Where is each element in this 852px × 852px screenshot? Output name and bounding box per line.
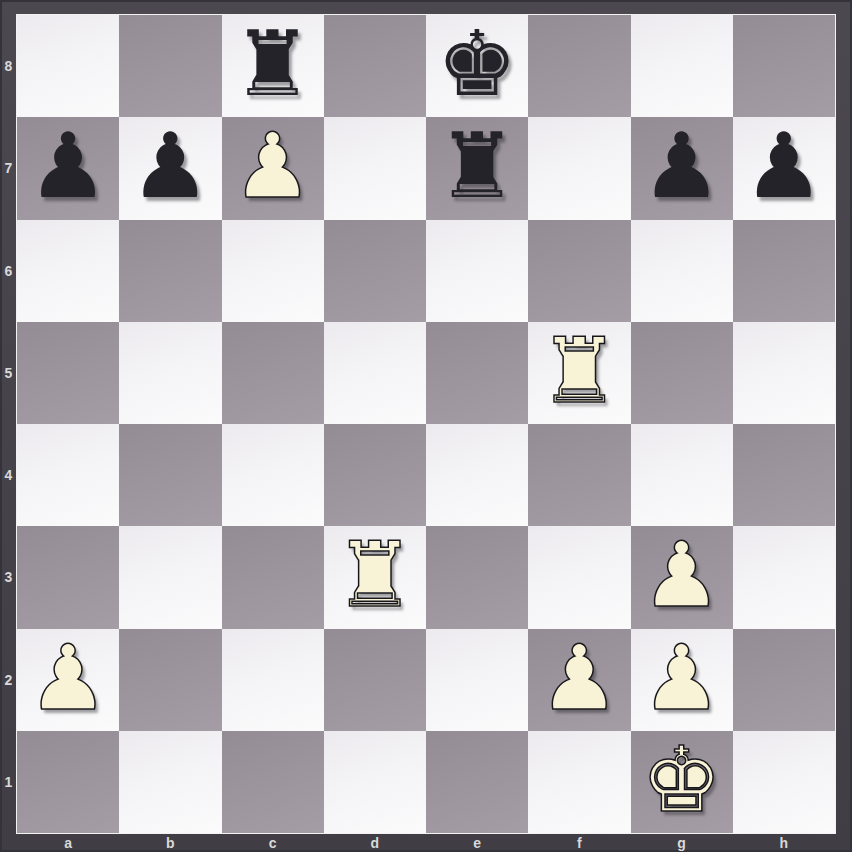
square-g6[interactable] — [631, 220, 733, 322]
square-h2[interactable] — [733, 629, 835, 731]
piece-white-pawn[interactable]: ♟ — [641, 530, 722, 620]
square-c2[interactable] — [222, 629, 324, 731]
square-f4[interactable] — [528, 424, 630, 526]
file-label-d: d — [324, 834, 426, 852]
square-c3[interactable] — [222, 526, 324, 628]
square-d7[interactable] — [324, 117, 426, 219]
piece-black-rook[interactable]: ♜ — [437, 121, 518, 211]
piece-black-king[interactable]: ♚ — [437, 19, 518, 109]
square-e4[interactable] — [426, 424, 528, 526]
chess-board: ♜♚♟♟♟♜♟♟♜♜♟♟♟♟♚ — [17, 15, 835, 833]
piece-white-pawn[interactable]: ♟ — [539, 633, 620, 723]
square-h7[interactable]: ♟ — [733, 117, 835, 219]
square-e8[interactable]: ♚ — [426, 15, 528, 117]
square-e2[interactable] — [426, 629, 528, 731]
square-f2[interactable]: ♟ — [528, 629, 630, 731]
square-a5[interactable] — [17, 322, 119, 424]
square-b4[interactable] — [119, 424, 221, 526]
square-e7[interactable]: ♜ — [426, 117, 528, 219]
square-c4[interactable] — [222, 424, 324, 526]
file-label-f: f — [528, 834, 630, 852]
piece-white-rook[interactable]: ♜ — [539, 326, 620, 416]
square-f6[interactable] — [528, 220, 630, 322]
square-f1[interactable] — [528, 731, 630, 833]
square-a8[interactable] — [17, 15, 119, 117]
square-h6[interactable] — [733, 220, 835, 322]
square-h1[interactable] — [733, 731, 835, 833]
rank-label-3: 3 — [0, 526, 17, 628]
square-b6[interactable] — [119, 220, 221, 322]
piece-white-pawn[interactable]: ♟ — [28, 633, 109, 723]
square-b5[interactable] — [119, 322, 221, 424]
file-label-h: h — [733, 834, 835, 852]
square-b3[interactable] — [119, 526, 221, 628]
file-labels: abcdefgh — [17, 834, 835, 852]
square-e3[interactable] — [426, 526, 528, 628]
square-h5[interactable] — [733, 322, 835, 424]
file-label-g: g — [631, 834, 733, 852]
square-g8[interactable] — [631, 15, 733, 117]
square-d1[interactable] — [324, 731, 426, 833]
file-label-b: b — [119, 834, 221, 852]
square-d5[interactable] — [324, 322, 426, 424]
file-label-e: e — [426, 834, 528, 852]
piece-black-pawn[interactable]: ♟ — [744, 121, 825, 211]
square-g4[interactable] — [631, 424, 733, 526]
square-a1[interactable] — [17, 731, 119, 833]
square-b1[interactable] — [119, 731, 221, 833]
piece-black-rook[interactable]: ♜ — [232, 19, 313, 109]
square-b7[interactable]: ♟ — [119, 117, 221, 219]
piece-white-rook[interactable]: ♜ — [335, 530, 416, 620]
piece-black-pawn[interactable]: ♟ — [130, 121, 211, 211]
rank-label-5: 5 — [0, 322, 17, 424]
piece-black-pawn[interactable]: ♟ — [641, 121, 722, 211]
square-h4[interactable] — [733, 424, 835, 526]
square-g5[interactable] — [631, 322, 733, 424]
square-f8[interactable] — [528, 15, 630, 117]
square-d4[interactable] — [324, 424, 426, 526]
square-f7[interactable] — [528, 117, 630, 219]
square-b8[interactable] — [119, 15, 221, 117]
square-b2[interactable] — [119, 629, 221, 731]
square-h8[interactable] — [733, 15, 835, 117]
square-c6[interactable] — [222, 220, 324, 322]
rank-label-2: 2 — [0, 629, 17, 731]
square-e5[interactable] — [426, 322, 528, 424]
square-d6[interactable] — [324, 220, 426, 322]
square-g1[interactable]: ♚ — [631, 731, 733, 833]
file-label-a: a — [17, 834, 119, 852]
square-d2[interactable] — [324, 629, 426, 731]
square-d8[interactable] — [324, 15, 426, 117]
piece-black-pawn[interactable]: ♟ — [28, 121, 109, 211]
piece-white-pawn[interactable]: ♟ — [232, 121, 313, 211]
file-label-c: c — [222, 834, 324, 852]
square-h3[interactable] — [733, 526, 835, 628]
square-c7[interactable]: ♟ — [222, 117, 324, 219]
square-a4[interactable] — [17, 424, 119, 526]
rank-labels: 87654321 — [0, 15, 17, 833]
square-c5[interactable] — [222, 322, 324, 424]
square-a6[interactable] — [17, 220, 119, 322]
rank-label-8: 8 — [0, 15, 17, 117]
rank-label-6: 6 — [0, 220, 17, 322]
piece-white-pawn[interactable]: ♟ — [641, 633, 722, 723]
rank-label-7: 7 — [0, 117, 17, 219]
square-a7[interactable]: ♟ — [17, 117, 119, 219]
square-a2[interactable]: ♟ — [17, 629, 119, 731]
square-c1[interactable] — [222, 731, 324, 833]
rank-label-1: 1 — [0, 731, 17, 833]
square-g2[interactable]: ♟ — [631, 629, 733, 731]
square-c8[interactable]: ♜ — [222, 15, 324, 117]
square-f3[interactable] — [528, 526, 630, 628]
rank-label-4: 4 — [0, 424, 17, 526]
square-g3[interactable]: ♟ — [631, 526, 733, 628]
square-e6[interactable] — [426, 220, 528, 322]
square-f5[interactable]: ♜ — [528, 322, 630, 424]
square-e1[interactable] — [426, 731, 528, 833]
chess-board-frame: 87654321 ♜♚♟♟♟♜♟♟♜♜♟♟♟♟♚ abcdefgh — [0, 0, 852, 852]
square-a3[interactable] — [17, 526, 119, 628]
square-d3[interactable]: ♜ — [324, 526, 426, 628]
square-g7[interactable]: ♟ — [631, 117, 733, 219]
piece-white-king[interactable]: ♚ — [641, 735, 722, 825]
